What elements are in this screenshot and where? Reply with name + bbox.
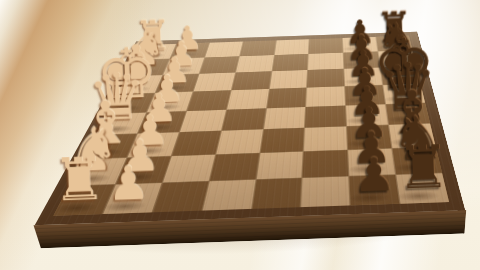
- square-a3[interactable]: [153, 182, 208, 213]
- square-b5[interactable]: [256, 152, 303, 179]
- square-f3[interactable]: [194, 73, 235, 92]
- square-b3[interactable]: [163, 155, 215, 182]
- square-a7[interactable]: ♟: [350, 175, 400, 205]
- square-a4[interactable]: [202, 180, 255, 211]
- chess-board: ♜♟♟♜♞♟♟♞♝♟♟♝♚♟♟♚♛♟♟♛♝♟♟♝♞♟♟♞♜♟♟♜: [35, 32, 465, 226]
- square-e4[interactable]: [227, 89, 269, 109]
- square-a6[interactable]: [301, 177, 349, 207]
- square-h4[interactable]: [240, 40, 276, 56]
- square-d5[interactable]: [263, 107, 305, 129]
- white-pawn[interactable]: ♟: [107, 159, 151, 207]
- square-a2[interactable]: ♟: [103, 183, 161, 214]
- square-h3[interactable]: [205, 42, 242, 58]
- square-c5[interactable]: [260, 128, 304, 153]
- square-g6[interactable]: [308, 53, 343, 70]
- square-d6[interactable]: [305, 106, 346, 128]
- square-c3[interactable]: [172, 131, 221, 156]
- perspective-scene: ♜♟♟♜♞♟♟♞♝♟♟♝♚♟♟♚♛♟♟♛♝♟♟♝♞♟♟♞♜♟♟♜: [0, 0, 480, 270]
- black-rook[interactable]: ♜: [395, 137, 450, 198]
- square-e3[interactable]: [187, 90, 230, 110]
- square-h5[interactable]: [274, 39, 309, 55]
- square-c6[interactable]: [304, 127, 347, 151]
- white-rook[interactable]: ♜: [52, 149, 107, 210]
- board-top-face: ♜♟♟♜♞♟♟♞♝♟♟♝♚♟♟♚♛♟♟♛♝♟♟♝♞♟♟♞♜♟♟♜: [35, 32, 465, 226]
- square-d3[interactable]: [180, 110, 226, 132]
- square-g5[interactable]: [272, 54, 308, 71]
- square-f5[interactable]: [269, 70, 307, 88]
- square-f4[interactable]: [231, 71, 271, 89]
- square-h6[interactable]: [309, 38, 343, 53]
- square-a5[interactable]: [252, 178, 302, 209]
- black-pawn[interactable]: ♟: [352, 151, 396, 199]
- chess-scene: ♜♟♟♜♞♟♟♞♝♟♟♝♚♟♟♚♛♟♟♛♝♟♟♝♞♟♟♞♜♟♟♜: [0, 0, 480, 270]
- square-e6[interactable]: [306, 86, 345, 106]
- square-a8[interactable]: ♜: [396, 173, 449, 203]
- square-g4[interactable]: [236, 55, 274, 72]
- board-grid: ♜♟♟♜♞♟♟♞♝♟♟♝♚♟♟♚♛♟♟♛♝♟♟♝♞♟♟♞♜♟♟♜: [53, 36, 449, 216]
- square-c4[interactable]: [216, 130, 263, 155]
- square-d4[interactable]: [222, 108, 266, 130]
- camera-tilt-wrapper: ♜♟♟♜♞♟♟♞♝♟♟♝♚♟♟♚♛♟♟♛♝♟♟♝♞♟♟♞♜♟♟♜: [0, 0, 480, 270]
- square-b4[interactable]: [209, 153, 258, 180]
- square-f6[interactable]: [307, 69, 344, 87]
- square-b6[interactable]: [303, 150, 349, 177]
- square-g3[interactable]: [200, 56, 239, 73]
- square-e5[interactable]: [267, 88, 307, 108]
